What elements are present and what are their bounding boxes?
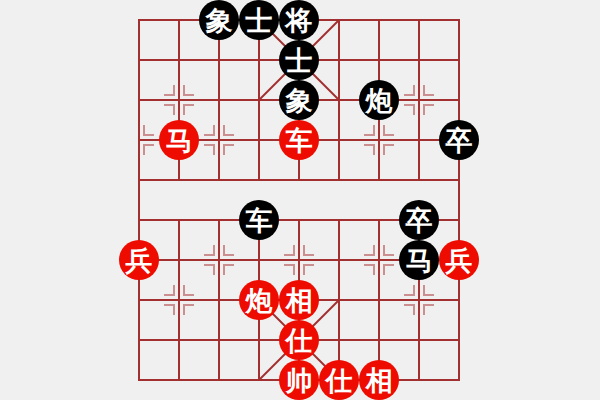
piece-black-soldier[interactable]: 卒 <box>399 200 439 240</box>
piece-black-advisor[interactable]: 士 <box>239 0 279 40</box>
piece-black-cannon[interactable]: 炮 <box>359 80 399 120</box>
piece-black-elephant[interactable]: 象 <box>199 0 239 40</box>
piece-red-soldier[interactable]: 兵 <box>119 240 159 280</box>
piece-red-elephant[interactable]: 相 <box>279 280 319 320</box>
piece-black-elephant[interactable]: 象 <box>279 80 319 120</box>
piece-black-soldier[interactable]: 卒 <box>439 120 479 160</box>
piece-red-elephant[interactable]: 相 <box>359 360 399 400</box>
piece-red-horse[interactable]: 马 <box>159 120 199 160</box>
piece-black-horse[interactable]: 马 <box>399 240 439 280</box>
piece-red-chariot[interactable]: 车 <box>279 120 319 160</box>
piece-black-general[interactable]: 将 <box>279 0 319 40</box>
piece-red-cannon[interactable]: 炮 <box>239 280 279 320</box>
piece-red-general[interactable]: 帅 <box>279 360 319 400</box>
xiangqi-board: 象士将士象炮马车卒车卒兵马兵炮相仕帅仕相 <box>0 0 600 400</box>
piece-black-chariot[interactable]: 车 <box>239 200 279 240</box>
piece-red-advisor[interactable]: 仕 <box>319 360 359 400</box>
piece-red-advisor[interactable]: 仕 <box>279 320 319 360</box>
piece-black-advisor[interactable]: 士 <box>279 40 319 80</box>
piece-red-soldier[interactable]: 兵 <box>439 240 479 280</box>
pieces-layer: 象士将士象炮马车卒车卒兵马兵炮相仕帅仕相 <box>0 0 600 400</box>
